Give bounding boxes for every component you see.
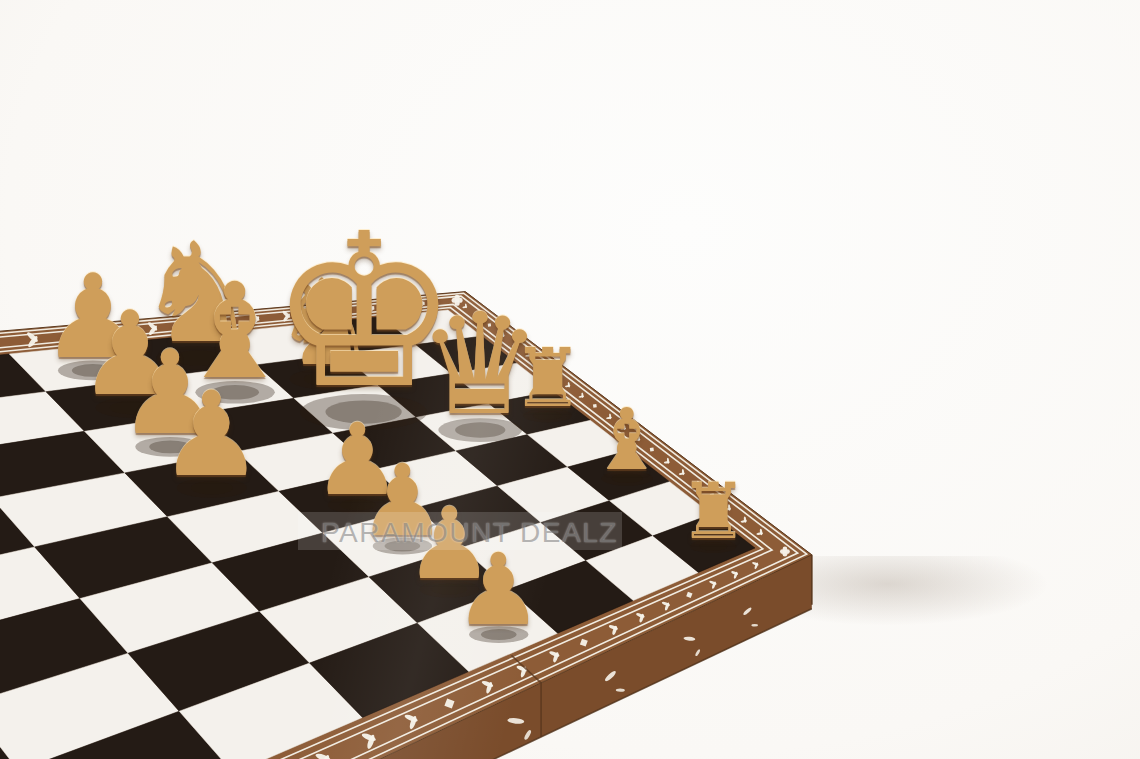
chess-board <box>0 0 1140 759</box>
product-photo-stage: ♟♞♟♝♞♟♚♟♛♜♟♟♝♟♞♟♜ PARAMOUNT DEALZ <box>0 0 1140 759</box>
